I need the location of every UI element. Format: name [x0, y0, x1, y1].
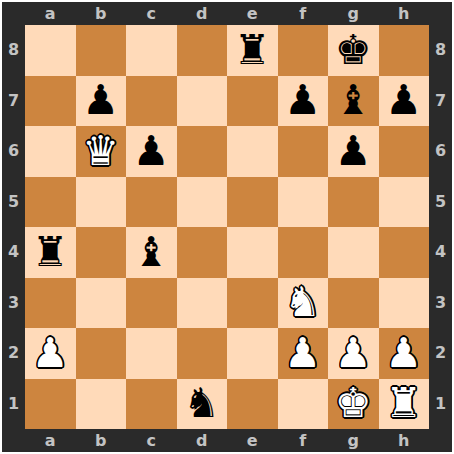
rank-label-1-left: 1	[8, 396, 19, 412]
square-a5[interactable]	[25, 177, 76, 228]
rank-label-3-left: 3	[8, 295, 19, 311]
file-labels-top: abcdefgh	[25, 2, 429, 25]
square-e6[interactable]	[227, 126, 278, 177]
file-label-f-top: f	[278, 6, 329, 22]
rank-label-5-right: 5	[435, 194, 446, 210]
square-a7[interactable]	[25, 76, 76, 127]
square-d4[interactable]	[177, 227, 228, 278]
square-h5[interactable]	[379, 177, 430, 228]
square-g7[interactable]: ♝	[328, 76, 379, 127]
square-d8[interactable]	[177, 25, 228, 76]
square-c4[interactable]: ♝	[126, 227, 177, 278]
piece-white-pawn-a2[interactable]: ♟	[32, 333, 69, 374]
file-label-b-top: b	[76, 6, 127, 22]
square-c8[interactable]	[126, 25, 177, 76]
square-h7[interactable]: ♟	[379, 76, 430, 127]
square-g6[interactable]: ♟	[328, 126, 379, 177]
file-label-g-top: g	[328, 6, 379, 22]
square-b5[interactable]	[76, 177, 127, 228]
piece-black-pawn-b7[interactable]: ♟	[82, 80, 119, 121]
file-label-c-bottom: c	[126, 433, 177, 449]
square-c7[interactable]	[126, 76, 177, 127]
square-f7[interactable]: ♟	[278, 76, 329, 127]
piece-black-pawn-h7[interactable]: ♟	[385, 80, 422, 121]
frame-corner-bottom-right	[429, 429, 452, 452]
file-label-d-bottom: d	[177, 433, 228, 449]
square-g3[interactable]	[328, 278, 379, 329]
file-label-h-top: h	[379, 6, 430, 22]
file-label-d-top: d	[177, 6, 228, 22]
chess-board[interactable]: ♜♚♟♟♝♟♛♟♟♜♝♞♟♟♟♟♞♚♜	[25, 25, 429, 429]
square-g4[interactable]	[328, 227, 379, 278]
piece-white-queen-b6[interactable]: ♛	[82, 131, 119, 172]
square-h1[interactable]: ♜	[379, 379, 430, 430]
square-b8[interactable]	[76, 25, 127, 76]
rank-label-1-right: 1	[435, 396, 446, 412]
rank-label-4-right: 4	[435, 244, 446, 260]
square-e2[interactable]	[227, 328, 278, 379]
square-f2[interactable]: ♟	[278, 328, 329, 379]
square-d2[interactable]	[177, 328, 228, 379]
rank-labels-right: 87654321	[429, 25, 452, 429]
square-a8[interactable]	[25, 25, 76, 76]
square-e1[interactable]	[227, 379, 278, 430]
square-a6[interactable]	[25, 126, 76, 177]
square-c2[interactable]	[126, 328, 177, 379]
file-label-c-top: c	[126, 6, 177, 22]
square-h6[interactable]	[379, 126, 430, 177]
piece-white-king-g1[interactable]: ♚	[335, 383, 372, 424]
square-a3[interactable]	[25, 278, 76, 329]
frame-corner-top-left	[2, 2, 25, 25]
rank-label-6-right: 6	[435, 143, 446, 159]
square-a2[interactable]: ♟	[25, 328, 76, 379]
square-g1[interactable]: ♚	[328, 379, 379, 430]
rank-label-7-left: 7	[8, 93, 19, 109]
rank-label-2-left: 2	[8, 345, 19, 361]
file-label-a-top: a	[25, 6, 76, 22]
piece-white-pawn-f2[interactable]: ♟	[284, 333, 321, 374]
square-c5[interactable]	[126, 177, 177, 228]
square-f1[interactable]	[278, 379, 329, 430]
piece-white-pawn-h2[interactable]: ♟	[385, 333, 422, 374]
rank-label-2-right: 2	[435, 345, 446, 361]
square-a1[interactable]	[25, 379, 76, 430]
square-e4[interactable]	[227, 227, 278, 278]
square-d1[interactable]: ♞	[177, 379, 228, 430]
square-g2[interactable]: ♟	[328, 328, 379, 379]
square-g5[interactable]	[328, 177, 379, 228]
piece-black-bishop-g7[interactable]: ♝	[335, 80, 372, 121]
piece-black-rook-a4[interactable]: ♜	[32, 232, 69, 273]
rank-label-7-right: 7	[435, 93, 446, 109]
rank-label-3-right: 3	[435, 295, 446, 311]
rank-label-5-left: 5	[8, 194, 19, 210]
piece-black-king-g8[interactable]: ♚	[335, 30, 372, 71]
piece-black-pawn-f7[interactable]: ♟	[284, 80, 321, 121]
square-d3[interactable]	[177, 278, 228, 329]
square-b1[interactable]	[76, 379, 127, 430]
square-f8[interactable]	[278, 25, 329, 76]
piece-black-rook-e8[interactable]: ♜	[234, 30, 271, 71]
square-h3[interactable]	[379, 278, 430, 329]
piece-white-knight-f3[interactable]: ♞	[284, 282, 321, 323]
rank-labels-left: 87654321	[2, 25, 25, 429]
board-frame: abcdefgh 87654321 ♜♚♟♟♝♟♛♟♟♜♝♞♟♟♟♟♞♚♜ 87…	[2, 2, 452, 452]
square-b4[interactable]	[76, 227, 127, 278]
square-d5[interactable]	[177, 177, 228, 228]
file-label-f-bottom: f	[278, 433, 329, 449]
rank-label-8-left: 8	[8, 42, 19, 58]
frame-corner-top-right	[429, 2, 452, 25]
square-c1[interactable]	[126, 379, 177, 430]
page-background: abcdefgh 87654321 ♜♚♟♟♝♟♛♟♟♜♝♞♟♟♟♟♞♚♜ 87…	[0, 0, 454, 454]
square-f5[interactable]	[278, 177, 329, 228]
square-c3[interactable]	[126, 278, 177, 329]
square-e3[interactable]	[227, 278, 278, 329]
square-b7[interactable]: ♟	[76, 76, 127, 127]
piece-black-pawn-c6[interactable]: ♟	[133, 131, 170, 172]
square-d7[interactable]	[177, 76, 228, 127]
square-e7[interactable]	[227, 76, 278, 127]
file-label-e-bottom: e	[227, 433, 278, 449]
piece-white-rook-h1[interactable]: ♜	[385, 383, 422, 424]
square-e8[interactable]: ♜	[227, 25, 278, 76]
rank-label-6-left: 6	[8, 143, 19, 159]
piece-black-pawn-g6[interactable]: ♟	[335, 131, 372, 172]
square-c6[interactable]: ♟	[126, 126, 177, 177]
square-g8[interactable]: ♚	[328, 25, 379, 76]
square-b2[interactable]	[76, 328, 127, 379]
square-d6[interactable]	[177, 126, 228, 177]
square-f3[interactable]: ♞	[278, 278, 329, 329]
file-label-b-bottom: b	[76, 433, 127, 449]
piece-black-bishop-c4[interactable]: ♝	[133, 232, 170, 273]
square-a4[interactable]: ♜	[25, 227, 76, 278]
square-f4[interactable]	[278, 227, 329, 278]
square-b3[interactable]	[76, 278, 127, 329]
square-h4[interactable]	[379, 227, 430, 278]
file-label-a-bottom: a	[25, 433, 76, 449]
square-e5[interactable]	[227, 177, 278, 228]
file-label-g-bottom: g	[328, 433, 379, 449]
square-h8[interactable]	[379, 25, 430, 76]
file-label-e-top: e	[227, 6, 278, 22]
square-b6[interactable]: ♛	[76, 126, 127, 177]
rank-label-4-left: 4	[8, 244, 19, 260]
square-h2[interactable]: ♟	[379, 328, 430, 379]
piece-white-pawn-g2[interactable]: ♟	[335, 333, 372, 374]
piece-black-knight-d1[interactable]: ♞	[183, 383, 220, 424]
file-labels-bottom: abcdefgh	[25, 429, 429, 452]
frame-corner-bottom-left	[2, 429, 25, 452]
rank-label-8-right: 8	[435, 42, 446, 58]
file-label-h-bottom: h	[379, 433, 430, 449]
square-f6[interactable]	[278, 126, 329, 177]
